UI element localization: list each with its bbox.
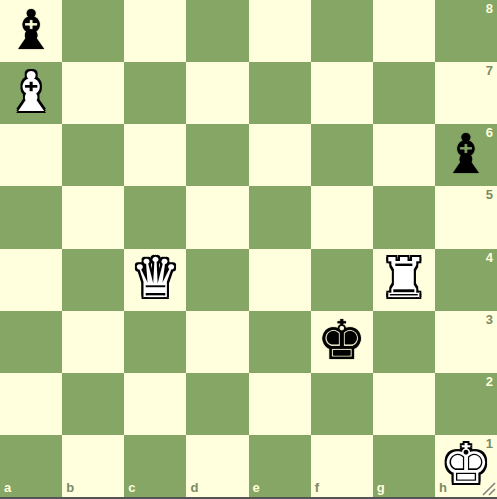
square-f5[interactable] [311,186,373,248]
file-label-e: e [253,480,260,495]
square-g2[interactable] [373,373,435,435]
square-a4[interactable] [0,249,62,311]
square-c8[interactable] [124,0,186,62]
square-e4[interactable] [249,249,311,311]
square-g7[interactable] [373,62,435,124]
rank-label-5: 5 [486,187,493,202]
square-h3[interactable]: 3 [435,311,497,373]
square-f6[interactable] [311,124,373,186]
square-a3[interactable] [0,311,62,373]
square-g1[interactable]: g [373,435,435,497]
square-b3[interactable] [62,311,124,373]
chess-board-widget: ♝8♝7♝65♛♜4♚32abcdefg♚h1 [0,0,497,499]
square-b8[interactable] [62,0,124,62]
file-label-c: c [128,480,135,495]
square-g3[interactable] [373,311,435,373]
file-label-f: f [315,480,319,495]
square-f4[interactable] [311,249,373,311]
square-f3[interactable]: ♚ [311,311,373,373]
square-a6[interactable] [0,124,62,186]
square-e8[interactable] [249,0,311,62]
piece-white-queen-c4[interactable]: ♛ [131,251,180,306]
square-d5[interactable] [186,186,248,248]
square-d6[interactable] [186,124,248,186]
square-c1[interactable]: c [124,435,186,497]
square-d4[interactable] [186,249,248,311]
square-a1[interactable]: a [0,435,62,497]
piece-black-bishop-a8[interactable]: ♝ [6,3,55,58]
square-c6[interactable] [124,124,186,186]
square-h2[interactable]: 2 [435,373,497,435]
rank-label-3: 3 [486,312,493,327]
square-e6[interactable] [249,124,311,186]
square-b1[interactable]: b [62,435,124,497]
square-e7[interactable] [249,62,311,124]
square-g4[interactable]: ♜ [373,249,435,311]
rank-label-4: 4 [486,250,493,265]
square-a8[interactable]: ♝ [0,0,62,62]
file-label-a: a [4,480,11,495]
square-h7[interactable]: 7 [435,62,497,124]
square-a2[interactable] [0,373,62,435]
square-b4[interactable] [62,249,124,311]
square-g6[interactable] [373,124,435,186]
square-f8[interactable] [311,0,373,62]
square-a7[interactable]: ♝ [0,62,62,124]
rank-label-1: 1 [486,436,493,451]
square-b7[interactable] [62,62,124,124]
piece-white-rook-g4[interactable]: ♜ [379,251,428,306]
square-c3[interactable] [124,311,186,373]
rank-label-7: 7 [486,63,493,78]
piece-black-king-f3[interactable]: ♚ [317,313,366,368]
chess-board: ♝8♝7♝65♛♜4♚32abcdefg♚h1 [0,0,497,497]
square-f1[interactable]: f [311,435,373,497]
square-d8[interactable] [186,0,248,62]
square-g8[interactable] [373,0,435,62]
square-d2[interactable] [186,373,248,435]
file-label-g: g [377,480,385,495]
square-b5[interactable] [62,186,124,248]
square-e2[interactable] [249,373,311,435]
piece-black-bishop-h6[interactable]: ♝ [441,127,490,182]
square-h6[interactable]: ♝6 [435,124,497,186]
file-label-b: b [66,480,74,495]
square-c5[interactable] [124,186,186,248]
square-c4[interactable]: ♛ [124,249,186,311]
square-c2[interactable] [124,373,186,435]
square-f2[interactable] [311,373,373,435]
rank-label-6: 6 [486,125,493,140]
square-d3[interactable] [186,311,248,373]
square-f7[interactable] [311,62,373,124]
rank-label-2: 2 [486,374,493,389]
square-a5[interactable] [0,186,62,248]
square-c7[interactable] [124,62,186,124]
square-e1[interactable]: e [249,435,311,497]
file-label-d: d [190,480,198,495]
square-e5[interactable] [249,186,311,248]
square-d7[interactable] [186,62,248,124]
square-d1[interactable]: d [186,435,248,497]
square-b2[interactable] [62,373,124,435]
rank-label-8: 8 [486,1,493,16]
resize-grip-icon[interactable] [482,482,496,496]
square-b6[interactable] [62,124,124,186]
square-e3[interactable] [249,311,311,373]
square-h5[interactable]: 5 [435,186,497,248]
square-h8[interactable]: 8 [435,0,497,62]
square-g5[interactable] [373,186,435,248]
piece-white-bishop-a7[interactable]: ♝ [6,65,55,120]
square-h4[interactable]: 4 [435,249,497,311]
file-label-h: h [439,480,447,495]
